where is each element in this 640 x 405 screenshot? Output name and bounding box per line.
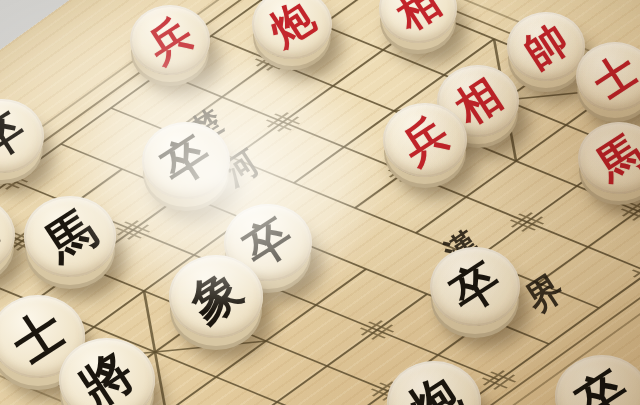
piece-red-soldier[interactable]: 兵 <box>383 103 467 177</box>
piece-glyph: 相 <box>390 0 447 36</box>
piece-glyph: 炮 <box>400 368 468 405</box>
piece-black-horse[interactable]: 馬 <box>24 196 116 277</box>
piece-glyph: 兵 <box>395 110 456 171</box>
piece-red-soldier[interactable]: 兵 <box>130 5 210 75</box>
piece-red-general[interactable]: 帥 <box>507 12 585 81</box>
piece-glyph: 帥 <box>518 18 575 75</box>
piece-black-elephant[interactable]: 象 <box>169 255 263 338</box>
piece-black-soldier[interactable]: 卒 <box>430 247 520 326</box>
piece-glyph: 馬 <box>37 203 103 269</box>
piece-glyph: 象 <box>182 262 250 330</box>
piece-black-soldier[interactable]: 卒 <box>142 122 230 199</box>
piece-glyph: 卒 <box>154 128 218 192</box>
piece-glyph: 卒 <box>442 253 507 318</box>
piece-glyph: 士 <box>4 302 72 370</box>
piece-glyph: 炮 <box>263 0 321 53</box>
photo-frame: 楚河漢界 兵炮相帥士相兵馬卒炮卒馬卒象士將卒炮卒 <box>0 0 640 405</box>
piece-glyph: 卒 <box>0 106 32 167</box>
piece-glyph: 士 <box>587 48 640 105</box>
piece-glyph: 炮 <box>0 204 3 266</box>
piece-glyph: 將 <box>72 345 141 405</box>
piece-glyph: 卒 <box>568 362 636 405</box>
piece-glyph: 兵 <box>141 11 199 69</box>
piece-glyph: 馬 <box>589 128 640 187</box>
